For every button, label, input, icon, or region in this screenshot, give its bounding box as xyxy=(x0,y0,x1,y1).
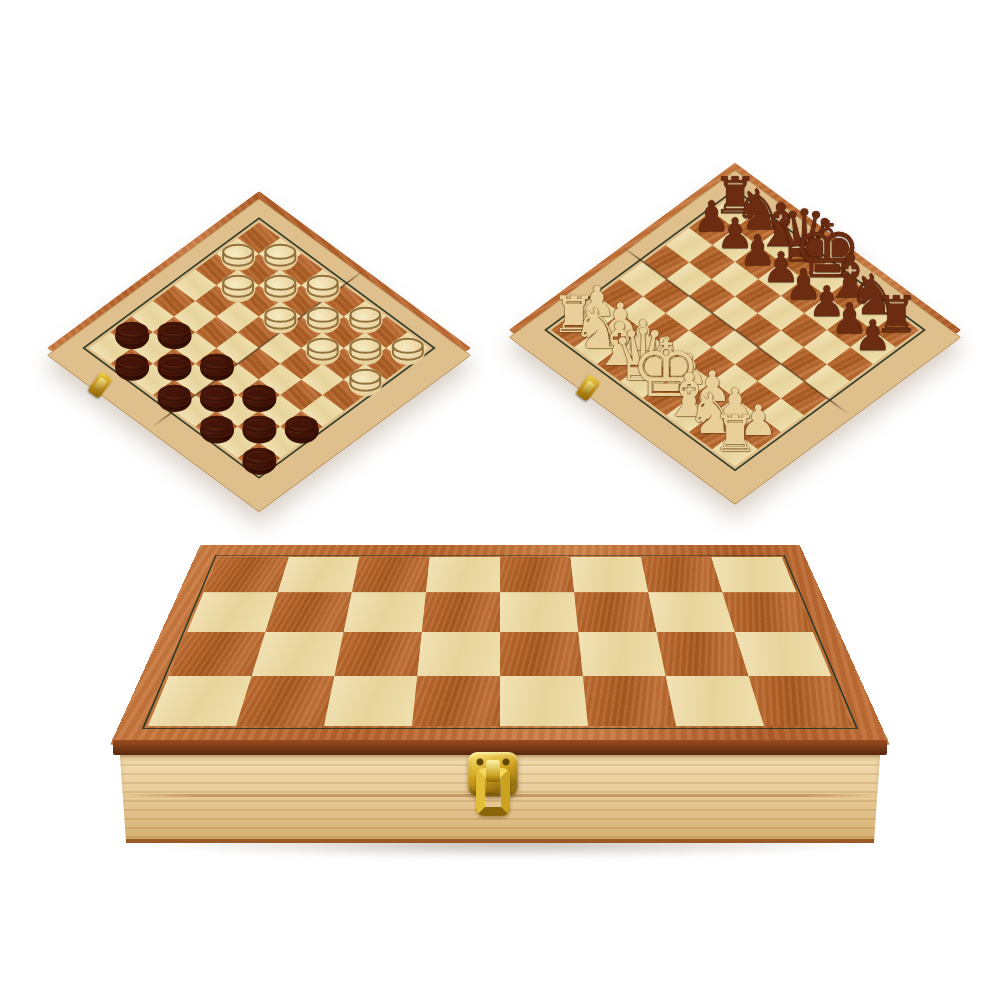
square xyxy=(417,632,500,676)
square xyxy=(711,557,796,593)
square xyxy=(334,632,421,676)
square xyxy=(722,592,813,632)
square xyxy=(204,557,289,593)
square xyxy=(187,592,278,632)
square xyxy=(574,592,656,632)
checker-piece-light-glyph: ⛀ xyxy=(220,263,255,305)
closed-box-lid-checkering xyxy=(148,557,852,726)
square xyxy=(352,557,430,593)
square xyxy=(324,676,417,726)
closed-box xyxy=(110,345,890,745)
square xyxy=(344,592,426,632)
square xyxy=(500,632,583,676)
square xyxy=(583,676,676,726)
square: ⛀ xyxy=(217,270,259,301)
square xyxy=(500,557,574,593)
square xyxy=(578,632,665,676)
square xyxy=(735,632,832,676)
square xyxy=(641,557,723,593)
square xyxy=(148,676,252,726)
square xyxy=(570,557,648,593)
square xyxy=(426,557,500,593)
checker-piece-light-glyph: ⛀ xyxy=(263,295,298,337)
square xyxy=(500,592,578,632)
square xyxy=(422,592,500,632)
square xyxy=(748,676,852,726)
latch-bar xyxy=(486,760,500,782)
closed-box-brass-latch-icon xyxy=(464,752,522,822)
square xyxy=(278,557,360,593)
square xyxy=(666,676,764,726)
square xyxy=(648,592,734,632)
square xyxy=(656,632,748,676)
square xyxy=(412,676,500,726)
product-photo: ⛂⛀⛂⛂⛀⛀⛂⛀⛂⛂⛀⛀⛂⛀⛂⛂⛀⛀⛂⛀⛂⛂⛀⛀ ♜♞♝♛♚♝♞♜♟♟♟♟♟♟♟… xyxy=(0,0,1000,1000)
square xyxy=(169,632,266,676)
square xyxy=(252,632,344,676)
square xyxy=(236,676,334,726)
square xyxy=(265,592,351,632)
square xyxy=(500,676,588,726)
closed-box-lid xyxy=(110,545,890,745)
square: ⛀ xyxy=(259,301,301,332)
